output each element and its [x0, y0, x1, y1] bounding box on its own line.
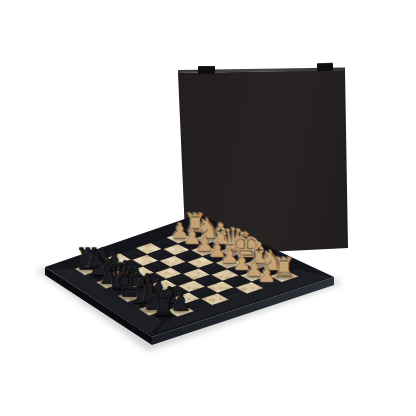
product-photo: ♜♟♞♟♝♟♛♟♚♟♝♟♟♜♞♟♟♞♜♟♟♝♟♛♟♚♟♝♟♞♟♜ — [0, 0, 416, 416]
chess-board — [0, 0, 416, 416]
